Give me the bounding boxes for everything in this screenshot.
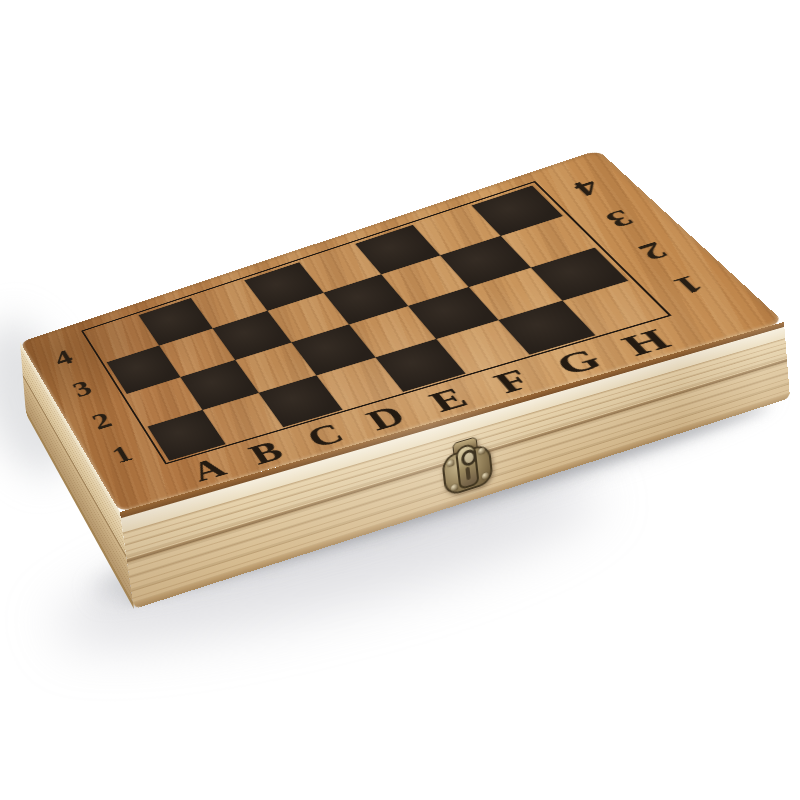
clasp-tongue bbox=[455, 442, 480, 490]
clasp-latch bbox=[438, 432, 496, 501]
chess-box-product-photo: ABCDEFGH 4321 4321 bbox=[0, 0, 800, 800]
clasp-tongue-slot bbox=[465, 467, 470, 481]
clasp-tongue-ring bbox=[461, 448, 478, 468]
